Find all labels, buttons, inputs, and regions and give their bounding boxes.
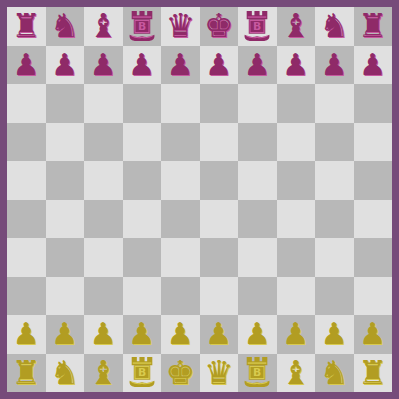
square-e4[interactable] — [161, 238, 200, 277]
square-f8[interactable] — [200, 84, 239, 123]
gold-pawn[interactable]: ♟ — [321, 315, 348, 354]
square-j4[interactable] — [354, 238, 393, 277]
square-d7[interactable] — [123, 123, 162, 162]
square-e5[interactable] — [161, 200, 200, 239]
square-i5[interactable] — [315, 200, 354, 239]
square-g4[interactable] — [238, 238, 277, 277]
square-b3[interactable] — [46, 277, 85, 316]
square-e2[interactable]: ♟ — [161, 315, 200, 354]
square-g8[interactable] — [238, 84, 277, 123]
square-j3[interactable] — [354, 277, 393, 316]
square-g9[interactable]: ♟ — [238, 46, 277, 85]
square-h9[interactable]: ♟ — [277, 46, 316, 85]
square-e10[interactable]: ♛ — [161, 7, 200, 46]
square-i6[interactable] — [315, 161, 354, 200]
square-j2[interactable]: ♟ — [354, 315, 393, 354]
square-c8[interactable] — [84, 84, 123, 123]
square-h10[interactable]: ♝ — [277, 7, 316, 46]
square-f10[interactable]: ♚ — [200, 7, 239, 46]
square-d6[interactable] — [123, 161, 162, 200]
square-f9[interactable]: ♟ — [200, 46, 239, 85]
square-b2[interactable]: ♟ — [46, 315, 85, 354]
square-i1[interactable]: ♞ — [315, 354, 354, 393]
purple-b-tower[interactable]: B — [127, 10, 157, 43]
square-i7[interactable] — [315, 123, 354, 162]
purple-b-tower[interactable]: B — [242, 10, 272, 43]
square-a5[interactable] — [7, 200, 46, 239]
purple-rook[interactable]: ♜ — [358, 7, 388, 46]
chess-board-frame: ♜♞♝B♛♚B♝♞♜♟♟♟♟♟♟♟♟♟♟♟♟♟♟♟♟♟♟♟♟♜♞♝B♚♛B♝♞♜ — [0, 0, 399, 399]
square-b4[interactable] — [46, 238, 85, 277]
square-d5[interactable] — [123, 200, 162, 239]
square-d8[interactable] — [123, 84, 162, 123]
purple-pawn[interactable]: ♟ — [128, 46, 155, 85]
gold-rook[interactable]: ♜ — [11, 354, 41, 393]
square-a1[interactable]: ♜ — [7, 354, 46, 393]
square-f1[interactable]: ♛ — [200, 354, 239, 393]
gold-pawn[interactable]: ♟ — [90, 315, 117, 354]
gold-king[interactable]: ♚ — [165, 354, 195, 393]
square-g6[interactable] — [238, 161, 277, 200]
gold-pawn[interactable]: ♟ — [282, 315, 309, 354]
purple-queen[interactable]: ♛ — [165, 7, 195, 46]
square-h8[interactable] — [277, 84, 316, 123]
purple-king[interactable]: ♚ — [204, 7, 234, 46]
square-e6[interactable] — [161, 161, 200, 200]
purple-pawn[interactable]: ♟ — [167, 46, 194, 85]
square-g3[interactable] — [238, 277, 277, 316]
square-e8[interactable] — [161, 84, 200, 123]
square-i10[interactable]: ♞ — [315, 7, 354, 46]
square-j8[interactable] — [354, 84, 393, 123]
square-j10[interactable]: ♜ — [354, 7, 393, 46]
square-j9[interactable]: ♟ — [354, 46, 393, 85]
purple-knight[interactable]: ♞ — [50, 7, 80, 46]
purple-bishop[interactable]: ♝ — [281, 7, 311, 46]
square-c3[interactable] — [84, 277, 123, 316]
purple-pawn[interactable]: ♟ — [244, 46, 271, 85]
svg-text:B: B — [138, 20, 146, 33]
square-b7[interactable] — [46, 123, 85, 162]
gold-knight[interactable]: ♞ — [50, 354, 80, 393]
gold-queen[interactable]: ♛ — [204, 354, 234, 393]
square-c1[interactable]: ♝ — [84, 354, 123, 393]
square-h4[interactable] — [277, 238, 316, 277]
square-b1[interactable]: ♞ — [46, 354, 85, 393]
square-b8[interactable] — [46, 84, 85, 123]
square-j1[interactable]: ♜ — [354, 354, 393, 393]
square-a2[interactable]: ♟ — [7, 315, 46, 354]
square-c6[interactable] — [84, 161, 123, 200]
square-f2[interactable]: ♟ — [200, 315, 239, 354]
square-g2[interactable]: ♟ — [238, 315, 277, 354]
square-d9[interactable]: ♟ — [123, 46, 162, 85]
square-g7[interactable] — [238, 123, 277, 162]
square-c4[interactable] — [84, 238, 123, 277]
square-g10[interactable]: B — [238, 7, 277, 46]
square-c2[interactable]: ♟ — [84, 315, 123, 354]
purple-bishop[interactable]: ♝ — [88, 7, 118, 46]
square-h6[interactable] — [277, 161, 316, 200]
gold-pawn[interactable]: ♟ — [167, 315, 194, 354]
square-e1[interactable]: ♚ — [161, 354, 200, 393]
square-a8[interactable] — [7, 84, 46, 123]
square-d3[interactable] — [123, 277, 162, 316]
purple-pawn[interactable]: ♟ — [282, 46, 309, 85]
square-i8[interactable] — [315, 84, 354, 123]
square-j5[interactable] — [354, 200, 393, 239]
square-d4[interactable] — [123, 238, 162, 277]
svg-text:B: B — [253, 20, 261, 33]
square-e9[interactable]: ♟ — [161, 46, 200, 85]
square-c5[interactable] — [84, 200, 123, 239]
purple-rook[interactable]: ♜ — [11, 7, 41, 46]
square-b10[interactable]: ♞ — [46, 7, 85, 46]
gold-bishop[interactable]: ♝ — [88, 354, 118, 393]
gold-knight[interactable]: ♞ — [319, 354, 349, 393]
gold-rook[interactable]: ♜ — [358, 354, 388, 393]
square-c9[interactable]: ♟ — [84, 46, 123, 85]
svg-text:B: B — [253, 367, 261, 380]
purple-pawn[interactable]: ♟ — [90, 46, 117, 85]
gold-pawn[interactable]: ♟ — [244, 315, 271, 354]
square-a4[interactable] — [7, 238, 46, 277]
square-d10[interactable]: B — [123, 7, 162, 46]
square-h1[interactable]: ♝ — [277, 354, 316, 393]
square-b9[interactable]: ♟ — [46, 46, 85, 85]
square-f4[interactable] — [200, 238, 239, 277]
chess-board: ♜♞♝B♛♚B♝♞♜♟♟♟♟♟♟♟♟♟♟♟♟♟♟♟♟♟♟♟♟♜♞♝B♚♛B♝♞♜ — [7, 7, 392, 392]
square-g1[interactable]: B — [238, 354, 277, 393]
square-b5[interactable] — [46, 200, 85, 239]
square-f3[interactable] — [200, 277, 239, 316]
gold-pawn[interactable]: ♟ — [205, 315, 232, 354]
square-i9[interactable]: ♟ — [315, 46, 354, 85]
square-h2[interactable]: ♟ — [277, 315, 316, 354]
square-j7[interactable] — [354, 123, 393, 162]
square-d1[interactable]: B — [123, 354, 162, 393]
square-i2[interactable]: ♟ — [315, 315, 354, 354]
square-a3[interactable] — [7, 277, 46, 316]
square-f6[interactable] — [200, 161, 239, 200]
square-f7[interactable] — [200, 123, 239, 162]
square-a7[interactable] — [7, 123, 46, 162]
square-g5[interactable] — [238, 200, 277, 239]
square-c7[interactable] — [84, 123, 123, 162]
square-c10[interactable]: ♝ — [84, 7, 123, 46]
square-i4[interactable] — [315, 238, 354, 277]
square-a9[interactable]: ♟ — [7, 46, 46, 85]
square-e3[interactable] — [161, 277, 200, 316]
square-a10[interactable]: ♜ — [7, 7, 46, 46]
square-h3[interactable] — [277, 277, 316, 316]
gold-pawn[interactable]: ♟ — [359, 315, 386, 354]
square-h7[interactable] — [277, 123, 316, 162]
gold-b-tower[interactable]: B — [127, 356, 157, 389]
purple-knight[interactable]: ♞ — [319, 7, 349, 46]
square-f5[interactable] — [200, 200, 239, 239]
gold-pawn[interactable]: ♟ — [13, 315, 40, 354]
purple-pawn[interactable]: ♟ — [51, 46, 78, 85]
square-e7[interactable] — [161, 123, 200, 162]
square-a6[interactable] — [7, 161, 46, 200]
purple-pawn[interactable]: ♟ — [13, 46, 40, 85]
svg-text:B: B — [138, 367, 146, 380]
purple-pawn[interactable]: ♟ — [205, 46, 232, 85]
square-h5[interactable] — [277, 200, 316, 239]
square-b6[interactable] — [46, 161, 85, 200]
square-i3[interactable] — [315, 277, 354, 316]
square-j6[interactable] — [354, 161, 393, 200]
square-d2[interactable]: ♟ — [123, 315, 162, 354]
gold-pawn[interactable]: ♟ — [51, 315, 78, 354]
gold-b-tower[interactable]: B — [242, 356, 272, 389]
gold-bishop[interactable]: ♝ — [281, 354, 311, 393]
purple-pawn[interactable]: ♟ — [359, 46, 386, 85]
purple-pawn[interactable]: ♟ — [321, 46, 348, 85]
gold-pawn[interactable]: ♟ — [128, 315, 155, 354]
